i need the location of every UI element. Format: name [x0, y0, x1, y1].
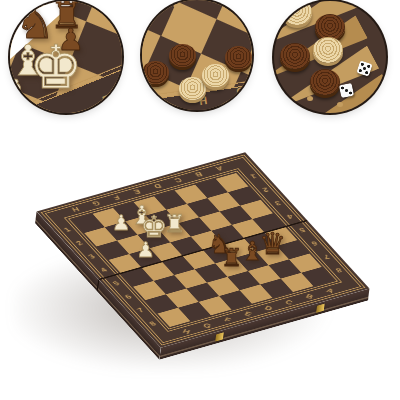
dark-rook-glyph: ♜	[221, 246, 243, 270]
brass-hinge	[215, 332, 224, 341]
chess-piece-dark-bishop: ♝	[251, 260, 253, 262]
board-scene: AABBCCDDEEFFGGHH1122334455667788 ♚♜♝♟♟♞♜…	[0, 0, 400, 400]
chess-board: AABBCCDDEEFFGGHH1122334455667788 ♚♜♝♟♟♞♜…	[37, 152, 370, 348]
chess-piece-white-pawn: ♟	[145, 257, 147, 259]
product-photo-chess-set: F ♜ ♞ ♟ ♝ ♚ ♟ H G	[0, 0, 400, 400]
dark-bishop-glyph: ♝	[240, 238, 263, 264]
brass-hinge	[316, 304, 325, 313]
chess-piece-dark-rook: ♜	[231, 266, 233, 268]
white-pawn-glyph: ♟	[136, 240, 155, 261]
